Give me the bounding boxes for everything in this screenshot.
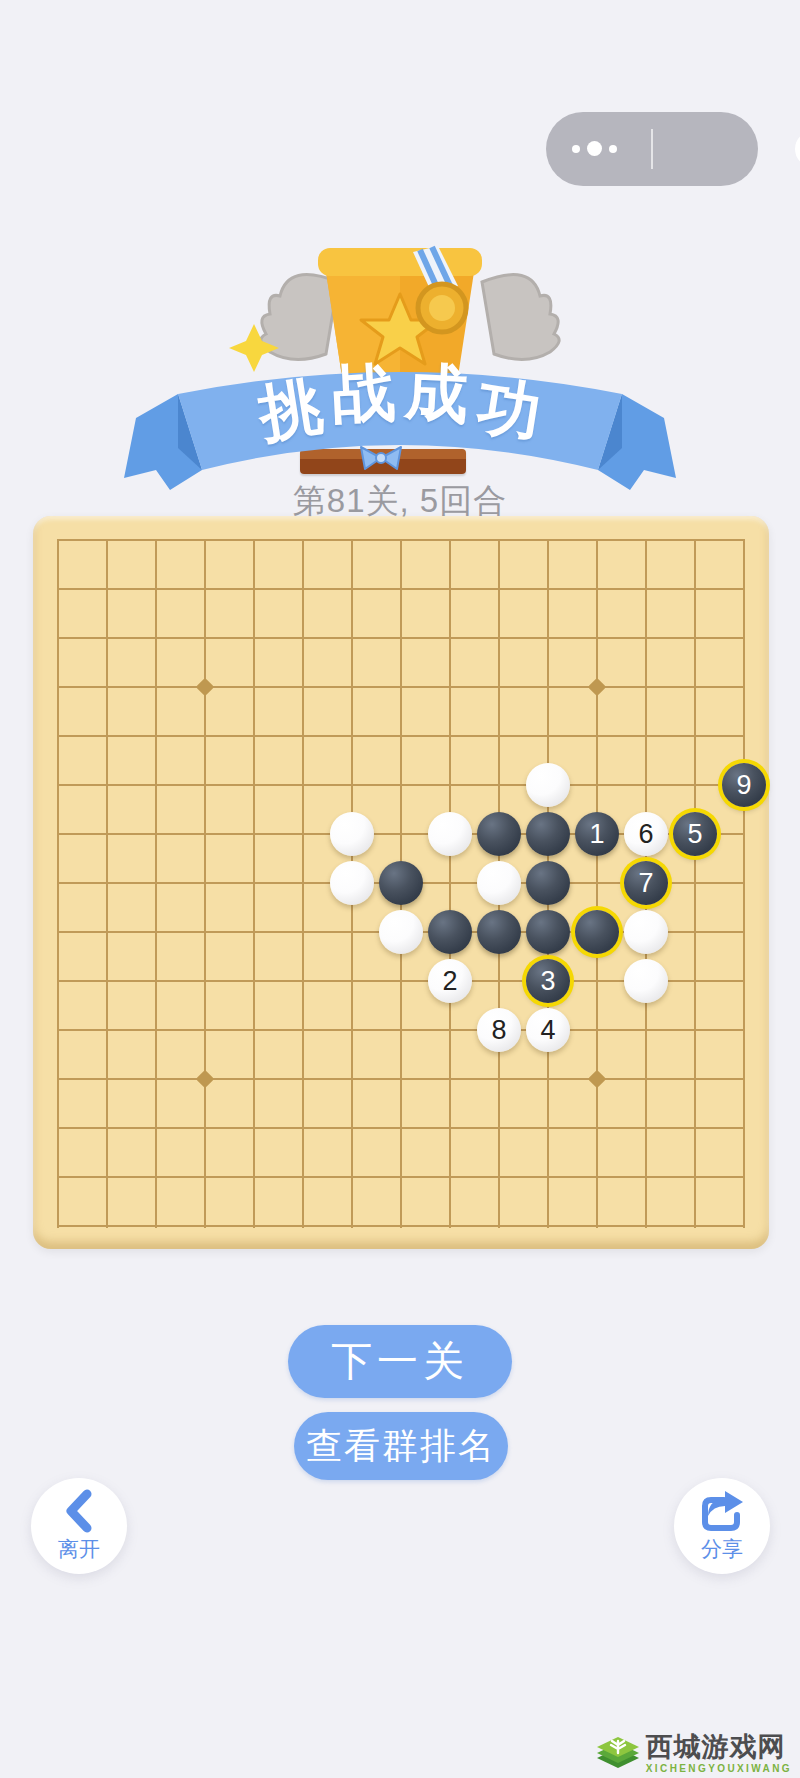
stone-black-c10r9: 3 [526,959,570,1003]
grid-line [253,540,255,1228]
leave-label: 离开 [31,1535,127,1563]
stone-black-c9r8 [477,910,521,954]
stone-black-c8r8 [428,910,472,954]
stone-white-c10r5 [526,763,570,807]
grid-line [449,540,451,1228]
back-chevron-icon [62,1488,96,1534]
stone-white-c8r9: 2 [428,959,472,1003]
stone-white-c9r7 [477,861,521,905]
grid-line [302,540,304,1228]
stone-white-c12r6: 6 [624,812,668,856]
banner-char: 成 [403,360,469,426]
grid-line [106,540,108,1228]
group-ranking-button[interactable]: 查看群排名 [294,1412,508,1480]
grid-line [743,540,745,1228]
share-button[interactable]: 分享 [674,1478,770,1574]
grid-line [57,1078,745,1080]
grid-line [57,1127,745,1129]
leave-button[interactable]: 离开 [31,1478,127,1574]
star-point [196,1070,214,1088]
star-point [588,678,606,696]
grid-line [204,540,206,1228]
next-level-button[interactable]: 下一关 [288,1325,512,1398]
stone-white-c12r9 [624,959,668,1003]
banner-char: 功 [473,373,545,445]
grid-line [57,1225,745,1227]
stone-black-c11r8 [575,910,619,954]
success-banner: 挑战成功 [120,342,680,502]
grid-line [57,1029,745,1031]
bow-icon [358,444,404,472]
watermark-name: 西城游戏网 [646,1734,786,1761]
stone-white-c10r10: 4 [526,1008,570,1052]
watermark-latin: XICHENGYOUXIWANG [646,1764,792,1774]
banner-char: 战 [330,360,396,426]
watermark: 西城游戏网 XICHENGYOUXIWANG [595,1732,792,1774]
share-icon [697,1488,747,1534]
stone-white-c12r8 [624,910,668,954]
more-icon[interactable] [546,112,651,186]
stone-black-c14r5: 9 [722,763,766,807]
miniprogram-capsule [546,112,758,186]
stone-white-c9r10: 8 [477,1008,521,1052]
stone-black-c13r6: 5 [673,812,717,856]
share-label: 分享 [674,1535,770,1563]
stone-black-c10r8 [526,910,570,954]
grid-line [155,540,157,1228]
stone-black-c12r7: 7 [624,861,668,905]
star-point [588,1070,606,1088]
stone-white-c7r8 [379,910,423,954]
watermark-logo-icon [595,1732,641,1774]
grid-line [694,540,696,1228]
board: 916572384 [33,516,769,1249]
banner-char: 挑 [254,373,326,445]
stone-black-c10r6 [526,812,570,856]
grid-line [57,540,59,1228]
stone-white-c6r7 [330,861,374,905]
stone-white-c6r6 [330,812,374,856]
result-screen: 挑战成功 第81关, 5回合 916572384 下一关 查看群排名 离开 分享 [0,0,800,1778]
stone-black-c11r6: 1 [575,812,619,856]
grid-line [596,540,598,1228]
stone-black-c7r7 [379,861,423,905]
stone-black-c10r7 [526,861,570,905]
stone-white-c8r6 [428,812,472,856]
grid-line [57,1176,745,1178]
star-point [196,678,214,696]
stone-black-c9r6 [477,812,521,856]
exit-circle-icon[interactable] [653,112,758,186]
banner-title: 挑战成功 [120,360,680,423]
